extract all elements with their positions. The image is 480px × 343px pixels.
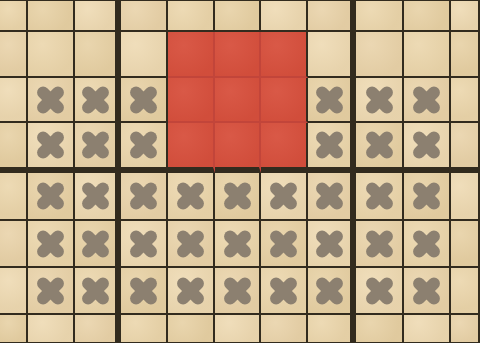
cell-r2c2[interactable] (75, 78, 121, 123)
cell-r4c8[interactable] (356, 173, 404, 221)
x-mark-icon (34, 179, 68, 213)
puzzle-board (0, 0, 480, 343)
x-mark-icon (410, 128, 444, 162)
x-mark-icon (220, 274, 254, 308)
x-mark-icon (78, 227, 112, 261)
cell-r6c0[interactable] (0, 268, 28, 315)
x-mark-icon (312, 128, 346, 162)
cell-r1c7[interactable] (308, 32, 356, 78)
cell-r1c1[interactable] (28, 32, 75, 78)
x-mark-icon (362, 83, 396, 117)
cell-r3c10[interactable] (451, 123, 480, 173)
x-mark-icon (410, 179, 444, 213)
cell-r7c2[interactable] (75, 315, 121, 343)
x-mark-icon (34, 274, 68, 308)
cell-r3c3[interactable] (121, 123, 168, 173)
cell-r1c3[interactable] (121, 32, 168, 78)
cell-r5c7[interactable] (308, 221, 356, 268)
cell-r0c9[interactable] (404, 1, 451, 32)
cell-r6c6[interactable] (261, 268, 308, 315)
cell-r6c3[interactable] (121, 268, 168, 315)
cell-r5c5[interactable] (215, 221, 261, 268)
cell-r0c4[interactable] (168, 1, 215, 32)
cell-r3c0[interactable] (0, 123, 28, 173)
x-mark-icon (127, 128, 161, 162)
x-mark-icon (267, 227, 301, 261)
cell-r5c6[interactable] (261, 221, 308, 268)
cell-r5c4[interactable] (168, 221, 215, 268)
cell-r2c7[interactable] (308, 78, 356, 123)
cell-r4c7[interactable] (308, 173, 356, 221)
cell-r3c2[interactable] (75, 123, 121, 173)
x-mark-icon (362, 128, 396, 162)
cell-r4c10[interactable] (451, 173, 480, 221)
cell-r5c3[interactable] (121, 221, 168, 268)
x-mark-icon (78, 128, 112, 162)
x-mark-icon (362, 274, 396, 308)
cell-r0c10[interactable] (451, 1, 480, 32)
x-mark-icon (220, 179, 254, 213)
cell-r3c1[interactable] (28, 123, 75, 173)
x-mark-icon (174, 227, 208, 261)
x-mark-icon (34, 128, 68, 162)
x-mark-icon (312, 227, 346, 261)
cell-r6c9[interactable] (404, 268, 451, 315)
cell-r4c6[interactable] (261, 173, 308, 221)
x-mark-icon (174, 274, 208, 308)
cell-r7c1[interactable] (28, 315, 75, 343)
cell-r4c5[interactable] (215, 173, 261, 221)
cell-r3c9[interactable] (404, 123, 451, 173)
cell-r6c8[interactable] (356, 268, 404, 315)
x-mark-icon (410, 274, 444, 308)
x-mark-icon (127, 274, 161, 308)
cell-r0c0[interactable] (0, 1, 28, 32)
cell-r5c9[interactable] (404, 221, 451, 268)
cell-r4c2[interactable] (75, 173, 121, 221)
cell-r1c2[interactable] (75, 32, 121, 78)
cell-r2c6[interactable] (261, 78, 308, 123)
x-mark-icon (78, 179, 112, 213)
x-mark-icon (78, 83, 112, 117)
cell-r1c5[interactable] (215, 32, 261, 78)
cell-r7c4[interactable] (168, 315, 215, 343)
cell-r7c10[interactable] (451, 315, 480, 343)
cell-r3c8[interactable] (356, 123, 404, 173)
cell-r5c0[interactable] (0, 221, 28, 268)
cell-r1c10[interactable] (451, 32, 480, 78)
x-mark-icon (312, 274, 346, 308)
cell-r7c0[interactable] (0, 315, 28, 343)
cell-r2c8[interactable] (356, 78, 404, 123)
cell-r4c1[interactable] (28, 173, 75, 221)
x-mark-icon (127, 227, 161, 261)
cell-r4c9[interactable] (404, 173, 451, 221)
x-mark-icon (312, 179, 346, 213)
cell-r7c8[interactable] (356, 315, 404, 343)
cell-r3c5[interactable] (215, 123, 261, 173)
cell-r3c6[interactable] (261, 123, 308, 173)
cell-r3c4[interactable] (168, 123, 215, 173)
cell-r3c7[interactable] (308, 123, 356, 173)
cell-r0c2[interactable] (75, 1, 121, 32)
cell-r0c5[interactable] (215, 1, 261, 32)
cell-r4c3[interactable] (121, 173, 168, 221)
cell-r6c7[interactable] (308, 268, 356, 315)
cell-r4c0[interactable] (0, 173, 28, 221)
cell-r2c10[interactable] (451, 78, 480, 123)
x-mark-icon (410, 83, 444, 117)
cell-r6c10[interactable] (451, 268, 480, 315)
x-mark-icon (220, 227, 254, 261)
x-mark-icon (362, 179, 396, 213)
cell-r1c6[interactable] (261, 32, 308, 78)
x-mark-icon (34, 83, 68, 117)
x-mark-icon (174, 179, 208, 213)
cell-r6c2[interactable] (75, 268, 121, 315)
cell-r5c8[interactable] (356, 221, 404, 268)
x-mark-icon (267, 274, 301, 308)
cell-r7c5[interactable] (215, 315, 261, 343)
x-mark-icon (127, 83, 161, 117)
x-mark-icon (34, 227, 68, 261)
cell-r1c0[interactable] (0, 32, 28, 78)
x-mark-icon (410, 227, 444, 261)
cell-r0c6[interactable] (261, 1, 308, 32)
cell-r1c9[interactable] (404, 32, 451, 78)
cell-r7c6[interactable] (261, 315, 308, 343)
cell-r5c1[interactable] (28, 221, 75, 268)
cell-r2c3[interactable] (121, 78, 168, 123)
cell-r2c1[interactable] (28, 78, 75, 123)
cell-r0c1[interactable] (28, 1, 75, 32)
x-mark-icon (312, 83, 346, 117)
cell-r6c4[interactable] (168, 268, 215, 315)
cell-r7c9[interactable] (404, 315, 451, 343)
cell-r0c3[interactable] (121, 1, 168, 32)
x-mark-icon (267, 179, 301, 213)
cell-r7c7[interactable] (308, 315, 356, 343)
cell-r7c3[interactable] (121, 315, 168, 343)
cell-r1c4[interactable] (168, 32, 215, 78)
cell-r0c7[interactable] (308, 1, 356, 32)
cell-r2c9[interactable] (404, 78, 451, 123)
screenshot-stage (0, 0, 480, 343)
cell-r2c5[interactable] (215, 78, 261, 123)
cell-r2c0[interactable] (0, 78, 28, 123)
x-mark-icon (78, 274, 112, 308)
x-mark-icon (127, 179, 161, 213)
cell-r1c8[interactable] (356, 32, 404, 78)
cell-r4c4[interactable] (168, 173, 215, 221)
cell-r6c1[interactable] (28, 268, 75, 315)
cell-r2c4[interactable] (168, 78, 215, 123)
cell-r6c5[interactable] (215, 268, 261, 315)
cell-r0c8[interactable] (356, 1, 404, 32)
cell-r5c10[interactable] (451, 221, 480, 268)
cell-r5c2[interactable] (75, 221, 121, 268)
x-mark-icon (362, 227, 396, 261)
